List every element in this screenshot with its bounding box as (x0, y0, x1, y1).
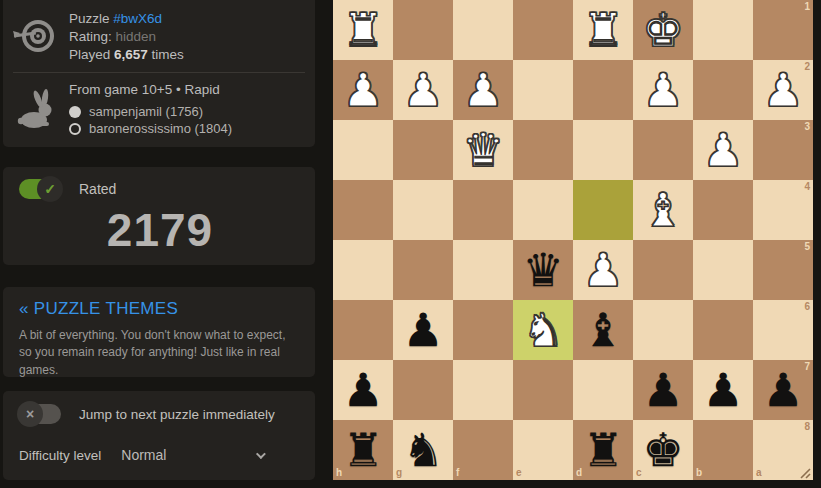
square-a4[interactable]: 4 (753, 180, 813, 240)
piece-white-P-g2[interactable]: ♟ (402, 60, 443, 120)
rated-toggle-knob: ✓ (37, 176, 63, 202)
square-b8[interactable]: b (693, 420, 753, 480)
square-c7[interactable]: ♟ (633, 360, 693, 420)
square-d2[interactable] (573, 60, 633, 120)
puzzle-id-link[interactable]: #bwX6d (113, 11, 162, 26)
rank-label-6: 6 (804, 302, 810, 312)
square-g2[interactable]: ♟ (393, 60, 453, 120)
square-a7[interactable]: 7♟ (753, 360, 813, 420)
difficulty-select[interactable]: Normal (119, 444, 269, 466)
user-puzzle-rating: 2179 (19, 203, 301, 257)
file-label-d: d (576, 468, 582, 478)
piece-black-P-g6[interactable]: ♟ (402, 300, 443, 360)
square-a3[interactable]: 3 (753, 120, 813, 180)
rabbit-icon (11, 81, 59, 137)
square-h4[interactable] (333, 180, 393, 240)
square-b2[interactable] (693, 60, 753, 120)
square-h2[interactable]: ♟ (333, 60, 393, 120)
square-b7[interactable]: ♟ (693, 360, 753, 420)
square-f2[interactable]: ♟ (453, 60, 513, 120)
puzzle-label: Puzzle (69, 11, 110, 26)
puzzle-meta-panel: Puzzle #bwX6d Rating: hidden Played 6,65… (3, 0, 315, 147)
square-h7[interactable]: ♟ (333, 360, 393, 420)
square-c5[interactable] (633, 240, 693, 300)
piece-white-N-e6[interactable]: ♞ (522, 300, 563, 360)
piece-white-Q-f3[interactable]: ♛ (462, 120, 503, 180)
file-label-e: e (516, 468, 522, 478)
square-a6[interactable]: 6 (753, 300, 813, 360)
square-c3[interactable] (633, 120, 693, 180)
themes-description: A bit of everything. You don't know what… (19, 327, 299, 379)
square-d5[interactable]: ♟ (573, 240, 633, 300)
jump-next-label: Jump to next puzzle immediately (79, 407, 275, 422)
file-label-g: g (396, 468, 402, 478)
rank-label-4: 4 (804, 182, 810, 192)
settings-panel: × Jump to next puzzle immediately Diffic… (3, 391, 315, 480)
square-e5[interactable]: ♛ (513, 240, 573, 300)
piece-white-P-d5[interactable]: ♟ (582, 240, 623, 300)
square-h6[interactable] (333, 300, 393, 360)
square-h1[interactable]: ♜ (333, 0, 393, 60)
square-f5[interactable] (453, 240, 513, 300)
square-e8[interactable]: e (513, 420, 573, 480)
square-e1[interactable] (513, 0, 573, 60)
square-c4[interactable]: ♝ (633, 180, 693, 240)
piece-black-N-g8[interactable]: ♞ (402, 420, 443, 480)
rated-toggle[interactable]: ✓ (19, 179, 61, 199)
piece-black-P-h7[interactable]: ♟ (342, 360, 383, 420)
white-player-name: sampenjamil (1756) (89, 103, 203, 120)
white-player-row: sampenjamil (1756) (69, 103, 232, 120)
chevron-down-icon (256, 449, 266, 459)
square-f4[interactable] (453, 180, 513, 240)
file-label-f: f (456, 468, 459, 478)
square-f6[interactable] (453, 300, 513, 360)
piece-white-P-h2[interactable]: ♟ (342, 60, 383, 120)
rating-value: hidden (116, 29, 157, 44)
square-c6[interactable] (633, 300, 693, 360)
rank-label-7: 7 (804, 362, 810, 372)
square-d8[interactable]: d♜ (573, 420, 633, 480)
piece-black-P-a7[interactable]: ♟ (762, 360, 803, 420)
difficulty-selected-value: Normal (121, 447, 166, 463)
piece-white-R-h1[interactable]: ♜ (342, 0, 383, 60)
rank-label-8: 8 (804, 422, 810, 432)
square-b6[interactable] (693, 300, 753, 360)
chess-board: ♜♜♚1♟♟♟♟2♟♛♟3♝4♛♟5♟♞♝6♟♟♟7♟h♜g♞fed♜c♚b8a (333, 0, 813, 480)
square-d7[interactable] (573, 360, 633, 420)
piece-black-R-d8[interactable]: ♜ (582, 420, 623, 480)
file-label-c: c (636, 468, 642, 478)
square-d1[interactable]: ♜ (573, 0, 633, 60)
square-h8[interactable]: h♜ (333, 420, 393, 480)
square-g3[interactable] (393, 120, 453, 180)
black-player-icon (69, 123, 81, 135)
jump-next-toggle-knob: × (17, 401, 43, 427)
rank-label-5: 5 (804, 242, 810, 252)
square-g1[interactable] (393, 0, 453, 60)
square-d3[interactable] (573, 120, 633, 180)
square-e6[interactable]: ♞ (513, 300, 573, 360)
played-label: Played (69, 47, 110, 62)
piece-black-B-d6[interactable]: ♝ (582, 300, 623, 360)
piece-black-K-c8[interactable]: ♚ (642, 420, 683, 480)
piece-white-P-c2[interactable]: ♟ (642, 60, 683, 120)
square-g8[interactable]: g♞ (393, 420, 453, 480)
square-b5[interactable] (693, 240, 753, 300)
square-h5[interactable] (333, 240, 393, 300)
white-player-icon (69, 106, 81, 118)
square-a1[interactable]: 1 (753, 0, 813, 60)
square-f7[interactable] (453, 360, 513, 420)
piece-black-Q-e5[interactable]: ♛ (522, 240, 563, 300)
puzzle-sidebar: Puzzle #bwX6d Rating: hidden Played 6,65… (0, 0, 333, 488)
jump-next-toggle[interactable]: × (19, 404, 61, 424)
section-divider (13, 72, 305, 73)
square-e7[interactable] (513, 360, 573, 420)
piece-white-P-f2[interactable]: ♟ (462, 60, 503, 120)
file-label-a: a (756, 468, 762, 478)
square-g7[interactable] (393, 360, 453, 420)
square-e3[interactable] (513, 120, 573, 180)
square-a5[interactable]: 5 (753, 240, 813, 300)
rank-label-3: 3 (804, 122, 810, 132)
rating-label: Rating: (69, 29, 112, 44)
square-g5[interactable] (393, 240, 453, 300)
piece-white-R-d1[interactable]: ♜ (582, 0, 623, 60)
square-d4[interactable] (573, 180, 633, 240)
square-g4[interactable] (393, 180, 453, 240)
game-info-line: From game 10+5 • Rapid (69, 81, 232, 99)
black-player-row: baronerossissimo (1804) (69, 120, 232, 137)
played-count: 6,657 (114, 47, 148, 62)
piece-white-B-c4[interactable]: ♝ (642, 180, 683, 240)
piece-black-P-c7[interactable]: ♟ (642, 360, 683, 420)
rated-label: Rated (79, 181, 116, 197)
piece-white-P-b3[interactable]: ♟ (702, 120, 743, 180)
played-suffix: times (152, 47, 184, 62)
piece-black-P-b7[interactable]: ♟ (702, 360, 743, 420)
square-b3[interactable]: ♟ (693, 120, 753, 180)
piece-white-P-a2[interactable]: ♟ (762, 60, 803, 120)
check-icon: ✓ (44, 181, 56, 197)
piece-white-K-c1[interactable]: ♚ (642, 0, 683, 60)
square-b1[interactable] (693, 0, 753, 60)
square-a2[interactable]: 2♟ (753, 60, 813, 120)
square-c8[interactable]: c♚ (633, 420, 693, 480)
themes-panel: « PUZZLE THEMES A bit of everything. You… (3, 287, 315, 377)
square-e2[interactable] (513, 60, 573, 120)
rated-panel: ✓ Rated 2179 (3, 167, 315, 265)
square-f1[interactable] (453, 0, 513, 60)
file-label-b: b (696, 468, 702, 478)
puzzle-themes-link[interactable]: « PUZZLE THEMES (19, 299, 299, 319)
square-c2[interactable]: ♟ (633, 60, 693, 120)
square-f3[interactable]: ♛ (453, 120, 513, 180)
file-label-h: h (336, 468, 342, 478)
piece-black-R-h8[interactable]: ♜ (342, 420, 383, 480)
rank-label-2: 2 (804, 62, 810, 72)
square-g6[interactable]: ♟ (393, 300, 453, 360)
square-b4[interactable] (693, 180, 753, 240)
square-d6[interactable]: ♝ (573, 300, 633, 360)
square-c1[interactable]: ♚ (633, 0, 693, 60)
square-f8[interactable]: f (453, 420, 513, 480)
chess-board-area: ♜♜♚1♟♟♟♟2♟♛♟3♝4♛♟5♟♞♝6♟♟♟7♟h♜g♞fed♜c♚b8a (333, 0, 821, 488)
cross-icon: × (26, 406, 34, 422)
target-icon (11, 10, 59, 64)
board-resize-handle[interactable] (799, 467, 811, 479)
square-h3[interactable] (333, 120, 393, 180)
rank-label-1: 1 (804, 2, 810, 12)
square-e4[interactable] (513, 180, 573, 240)
difficulty-label: Difficulty level (19, 448, 101, 463)
black-player-name: baronerossissimo (1804) (89, 120, 232, 137)
